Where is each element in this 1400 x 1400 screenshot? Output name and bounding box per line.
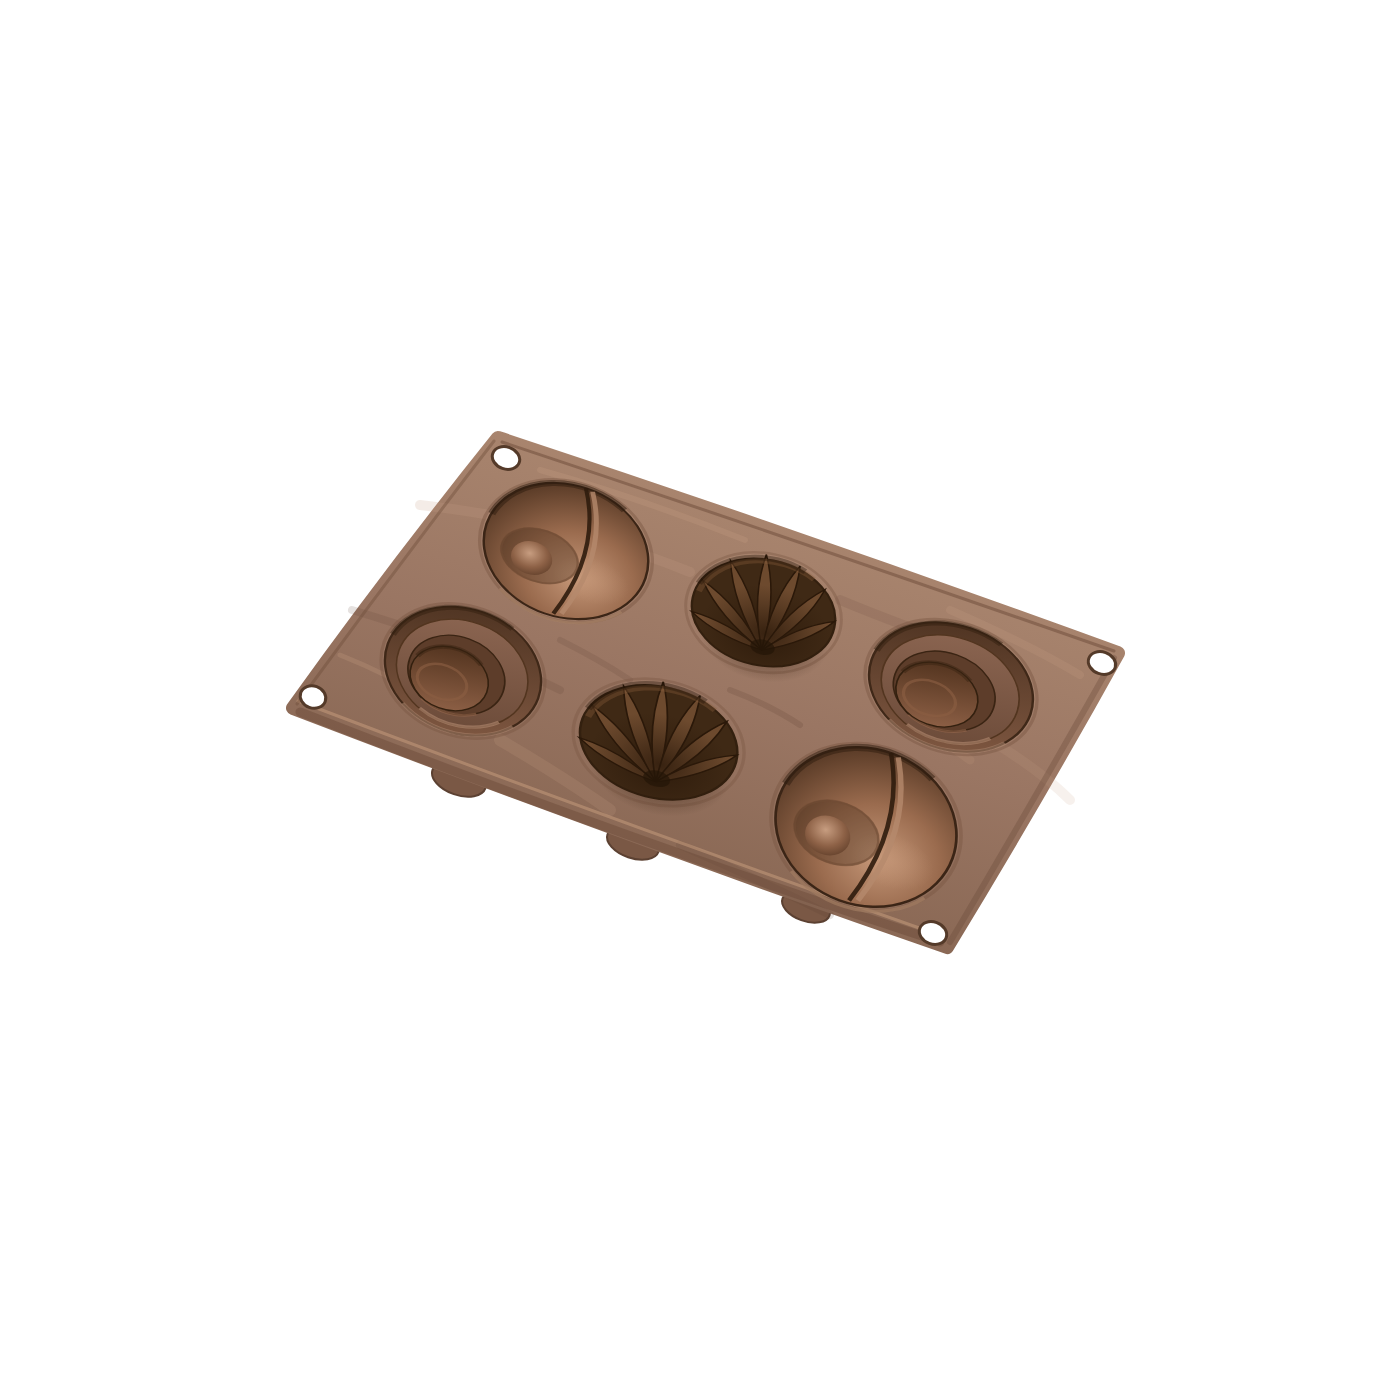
mold-illustration bbox=[0, 0, 1400, 1400]
product-photo-stage bbox=[0, 0, 1400, 1400]
